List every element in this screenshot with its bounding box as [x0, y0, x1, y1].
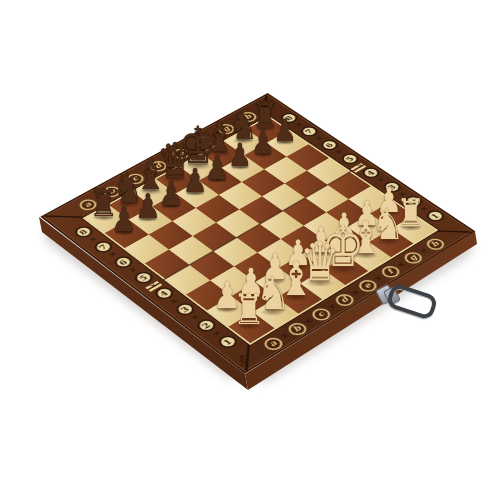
metal-clasp-icon	[376, 282, 436, 318]
clasp-wire-loop	[385, 282, 438, 321]
border-flourish: ✕	[327, 303, 339, 311]
border-flourish: ✕	[303, 317, 315, 325]
border-flourish: ✕	[350, 289, 362, 297]
border-flourish: ✕	[279, 332, 291, 340]
border-flourish: ✕	[118, 181, 129, 188]
chessboard: § 11aa22bb33cc44dd55ee66ff77gg88hh✕✕✕✕✕✕…	[40, 93, 475, 374]
border-flourish: ✕	[209, 132, 220, 139]
border-flourish: ✕	[164, 156, 175, 163]
corner-inlay-line	[263, 95, 267, 118]
board-frame: § 11aa22bb33cc44dd55ee66ff77gg88hh✕✕✕✕✕✕…	[40, 93, 475, 374]
border-flourish: ✕	[94, 194, 105, 201]
corner-scroll-ornament: §	[239, 354, 249, 367]
border-flourish: ✕	[231, 119, 242, 126]
corner-inlay-line	[44, 215, 84, 218]
border-flourish: ✕	[396, 261, 408, 269]
corner-inlay-line	[431, 230, 471, 233]
product-photo: § 11aa22bb33cc44dd55ee66ff77gg88hh✕✕✕✕✕✕…	[0, 0, 500, 499]
border-flourish: ✕	[141, 169, 152, 176]
border-flourish: ✕	[187, 144, 198, 151]
